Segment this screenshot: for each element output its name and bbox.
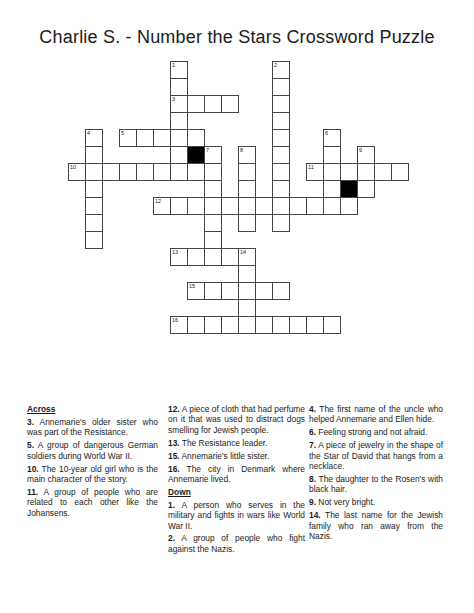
clue-column-middle: 12. A piece of cloth that had perfume on… [168,404,305,557]
grid-cell[interactable] [119,163,137,181]
grid-cell[interactable] [153,129,171,147]
grid-cell[interactable] [204,180,222,198]
clue-number-10: 10 [70,164,76,171]
clue-number-2: 2 [274,62,277,69]
clue-number-label: 13. [168,438,180,448]
clue-number-label: 15. [168,451,180,461]
grid-cell[interactable] [187,248,205,266]
grid-cell[interactable] [255,282,273,300]
grid-cell[interactable] [136,163,154,181]
clue-text: The daughter to the Rosen's with black h… [309,474,443,494]
grid-cell[interactable] [272,163,290,181]
grid-cell[interactable] [102,163,120,181]
clue-number-7: 7 [206,147,209,154]
grid-cell[interactable]: 12 [153,197,171,215]
crossword-grid: 12345678910111213141516 [68,61,409,334]
clue-text: A group of dangerous German soldiers dur… [27,440,158,460]
grid-cell[interactable] [306,197,324,215]
down-heading: Down [168,487,305,497]
grid-cell[interactable] [391,163,409,181]
grid-cell[interactable]: 5 [119,129,137,147]
clue-number-label: 3. [27,417,34,427]
clue-number-16: 16 [172,317,178,324]
grid-cell[interactable] [238,163,256,181]
grid-cell[interactable]: 4 [85,129,103,147]
grid-cell[interactable] [204,316,222,334]
clue-number-label: 6. [309,427,316,437]
grid-cell[interactable] [272,112,290,130]
clue-number-11: 11 [308,164,314,171]
grid-cell[interactable] [170,78,188,96]
clue-number-12: 12 [155,198,161,205]
clue-item-14: 14. The last name for the Jewish family … [309,510,443,541]
clue-number-6: 6 [325,130,328,137]
clue-item-13: 13. The Resistance leader. [168,438,305,448]
clue-item-7: 7. A piece of jewelry in the shape of th… [309,440,443,471]
grid-cell[interactable] [187,316,205,334]
clue-number-label: 12. [168,404,180,414]
grid-cell[interactable]: 1 [170,61,188,79]
grid-cell[interactable] [323,180,341,198]
grid-cell[interactable]: 2 [272,61,290,79]
grid-cell[interactable] [255,197,273,215]
clue-text: The 10-year old girl who is the main cha… [27,464,158,484]
clue-number-label: 9. [309,497,316,507]
clue-number-label: 16. [168,464,180,474]
clue-item-16: 16. The city in Denmark where Annemarie … [168,464,305,485]
grid-cell[interactable]: 3 [170,95,188,113]
clue-text: The first name of the uncle who helped A… [309,404,443,424]
clue-item-10: 10. The 10-year old girl who is the main… [27,464,158,485]
grid-cell[interactable] [238,214,256,232]
grid-cell[interactable] [153,163,171,181]
grid-cell[interactable] [238,316,256,334]
clue-item-4: 4. The first name of the uncle who helpe… [309,404,443,425]
clue-number-label: 2. [168,533,175,543]
clue-number-4: 4 [87,130,90,137]
grid-cell[interactable] [374,163,392,181]
grid-cell[interactable] [221,248,239,266]
grid-cell[interactable] [357,163,375,181]
page-title: Charlie S. - Number the Stars Crossword … [0,27,474,48]
grid-cell[interactable] [204,214,222,232]
grid-cell[interactable] [85,180,103,198]
grid-cell[interactable]: 16 [170,316,188,334]
clue-number-label: 4. [309,404,316,414]
clue-item-1: 1. A person who serves in the military a… [168,500,305,531]
clue-text: The city in Denmark where Annemarie live… [168,464,305,484]
grid-cell[interactable] [272,180,290,198]
grid-cell[interactable] [85,231,103,249]
grid-cell[interactable] [170,112,188,130]
grid-cell[interactable] [221,95,239,113]
grid-cell[interactable] [272,78,290,96]
grid-cell[interactable] [221,282,239,300]
grid-cell[interactable] [204,282,222,300]
grid-cell[interactable]: 14 [238,248,256,266]
grid-cell[interactable] [238,299,256,317]
grid-cell[interactable] [204,95,222,113]
clue-column-left: Across3. Annemarie's older sister who wa… [27,404,158,521]
grid-cell[interactable] [204,163,222,181]
clue-item-6: 6. Feeling strong and not afraid. [309,427,443,437]
grid-cell[interactable] [187,95,205,113]
clue-number-label: 5. [27,440,34,450]
grid-cell[interactable] [323,163,341,181]
grid-cell[interactable] [170,197,188,215]
clue-number-label: 14. [309,510,321,520]
grid-cell[interactable] [357,180,375,198]
clue-number-label: 7. [309,440,316,450]
grid-cell[interactable] [340,197,358,215]
clue-text: The Resistance leader. [180,438,268,448]
grid-cell[interactable] [289,197,307,215]
clue-item-5: 5. A group of dangerous German soldiers … [27,440,158,461]
clue-text: A person who serves in the military and … [168,500,305,531]
grid-cell[interactable] [272,146,290,164]
grid-cell[interactable] [136,129,154,147]
clue-item-15: 15. Annemarie's little sister. [168,451,305,461]
clue-text: A group of people who fight against the … [168,533,305,553]
clue-item-12: 12. A piece of cloth that had perfume on… [168,404,305,435]
grid-cell[interactable]: 8 [238,146,256,164]
grid-cell[interactable] [323,146,341,164]
black-cell [187,146,205,164]
clue-number-9: 9 [359,147,362,154]
clue-item-11: 11. A group of people who are related to… [27,487,158,518]
grid-cell[interactable] [187,129,205,147]
clue-number-1: 1 [172,62,175,69]
grid-cell[interactable] [272,282,290,300]
grid-cell[interactable] [221,197,239,215]
clue-text: Annemarie's older sister who was part of… [27,417,158,437]
grid-cell[interactable] [255,316,273,334]
clue-number-label: 1. [168,500,175,510]
clue-item-9: 9. Not very bright. [309,497,443,507]
grid-cell[interactable] [187,163,205,181]
grid-cell[interactable] [170,163,188,181]
grid-cell[interactable] [221,316,239,334]
clue-text: Feeling strong and not afraid. [316,427,427,437]
grid-cell[interactable] [272,197,290,215]
clue-text: Annemarie's little sister. [180,451,270,461]
grid-cell[interactable] [272,95,290,113]
clue-column-right: 4. The first name of the uncle who helpe… [309,404,443,544]
clue-number-label: 10. [27,464,39,474]
clue-text: A group of people who are related to eac… [27,487,158,518]
grid-cell[interactable] [323,316,341,334]
grid-cell[interactable] [204,197,222,215]
grid-cell[interactable]: 7 [204,146,222,164]
clue-item-3: 3. Annemarie's older sister who was part… [27,417,158,438]
grid-cell[interactable] [272,316,290,334]
grid-cell[interactable] [204,231,222,249]
grid-cell[interactable] [238,265,256,283]
clue-text: A piece of jewelry in the shape of the S… [309,440,443,471]
grid-cell[interactable] [85,214,103,232]
grid-cell[interactable] [85,197,103,215]
grid-cell[interactable] [204,248,222,266]
black-cell [340,180,358,198]
grid-cell[interactable] [238,282,256,300]
crossword-page: Charlie S. - Number the Stars Crossword … [0,0,474,613]
grid-cell[interactable] [170,129,188,147]
grid-cell[interactable] [272,129,290,147]
clue-item-8: 8. The daughter to the Rosen's with blac… [309,474,443,495]
clue-number-label: 8. [309,474,316,484]
grid-cell[interactable] [85,146,103,164]
grid-cell[interactable]: 11 [306,163,324,181]
clue-text: A piece of cloth that had perfume on it … [168,404,305,435]
grid-cell[interactable] [238,180,256,198]
grid-cell[interactable] [289,316,307,334]
grid-cell[interactable] [340,163,358,181]
clue-number-label: 11. [27,487,38,497]
grid-cell[interactable]: 13 [170,248,188,266]
grid-cell[interactable]: 9 [357,146,375,164]
clue-number-5: 5 [121,130,124,137]
clue-number-8: 8 [240,147,243,154]
grid-cell[interactable] [306,316,324,334]
clue-text: The last name for the Jewish family who … [309,510,443,541]
across-heading: Across [27,404,158,414]
grid-cell[interactable] [238,197,256,215]
grid-cell[interactable] [272,214,290,232]
grid-cell[interactable] [187,197,205,215]
clue-number-15: 15 [189,283,195,290]
grid-cell[interactable] [170,146,188,164]
grid-cell[interactable]: 15 [187,282,205,300]
grid-cell[interactable] [323,197,341,215]
clue-number-14: 14 [240,249,246,256]
grid-cell[interactable]: 6 [323,129,341,147]
grid-cell[interactable]: 10 [68,163,86,181]
clue-item-2: 2. A group of people who fight against t… [168,533,305,554]
clue-number-13: 13 [172,249,178,256]
grid-cell[interactable] [85,163,103,181]
clue-text: Not very bright. [316,497,375,507]
clue-number-3: 3 [172,96,175,103]
